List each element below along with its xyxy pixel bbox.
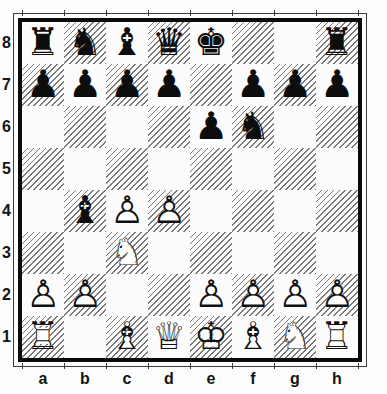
black-piece-glyph: ♟ [320, 65, 354, 103]
piece-black-pawn[interactable]: ♟ [190, 106, 232, 148]
piece-black-pawn[interactable]: ♟ [106, 64, 148, 106]
rank-label-6: 6 [1, 106, 12, 148]
black-piece-glyph: ♝ [68, 191, 102, 229]
rank-label-1: 1 [1, 316, 12, 358]
rank-label-4: 4 [1, 190, 12, 232]
square-f2[interactable]: ♟♙ [232, 274, 274, 316]
square-b2[interactable]: ♟♙ [64, 274, 106, 316]
square-a8[interactable]: ♜ [22, 22, 64, 64]
piece-white-pawn[interactable]: ♟♙ [22, 274, 64, 316]
black-piece-glyph: ♛ [152, 23, 186, 61]
piece-black-rook[interactable]: ♜ [22, 22, 64, 64]
square-c4[interactable]: ♟♙ [106, 190, 148, 232]
square-h6[interactable] [316, 106, 358, 148]
square-a7[interactable]: ♟ [22, 64, 64, 106]
frame-tick [316, 10, 317, 16]
frame-tick [232, 10, 233, 16]
square-g1[interactable]: ♞♘ [274, 316, 316, 358]
piece-black-pawn[interactable]: ♟ [22, 64, 64, 106]
piece-black-pawn[interactable]: ♟ [232, 64, 274, 106]
file-label-f: f [232, 367, 274, 391]
square-f1[interactable]: ♝♗ [232, 316, 274, 358]
white-piece-outline-layer: ♙ [110, 191, 144, 229]
square-e5[interactable] [190, 148, 232, 190]
white-piece-outline-layer: ♙ [68, 275, 102, 313]
square-c2[interactable] [106, 274, 148, 316]
chess-board: ♜♞♝♛♚♜♟♟♟♟♟♟♟♟♞♝♟♙♟♙♞♘♟♙♟♙♟♙♟♙♟♙♟♙♜♖♝♗♛♕… [18, 18, 362, 362]
square-d8[interactable]: ♛ [148, 22, 190, 64]
square-e4[interactable] [190, 190, 232, 232]
white-piece-outline-layer: ♙ [236, 275, 270, 313]
square-a6[interactable] [22, 106, 64, 148]
piece-white-knight[interactable]: ♞♘ [274, 316, 316, 358]
square-a3[interactable] [22, 232, 64, 274]
square-h7[interactable]: ♟ [316, 64, 358, 106]
white-piece-outline-layer: ♕ [152, 317, 186, 355]
square-a1[interactable]: ♜♖ [22, 316, 64, 358]
black-piece-glyph: ♟ [278, 65, 312, 103]
white-piece-outline-layer: ♙ [26, 275, 60, 313]
black-piece-glyph: ♟ [194, 107, 228, 145]
piece-white-pawn[interactable]: ♟♙ [190, 274, 232, 316]
white-piece-outline-layer: ♗ [110, 317, 144, 355]
black-piece-glyph: ♟ [68, 65, 102, 103]
white-piece-outline-layer: ♖ [26, 317, 60, 355]
square-d2[interactable] [148, 274, 190, 316]
white-piece-outline-layer: ♗ [236, 317, 270, 355]
white-piece-outline-layer: ♘ [110, 233, 144, 271]
white-piece-outline-layer: ♖ [320, 317, 354, 355]
square-b1[interactable] [64, 316, 106, 358]
square-g6[interactable] [274, 106, 316, 148]
piece-white-rook[interactable]: ♜♖ [316, 316, 358, 358]
square-f8[interactable] [232, 22, 274, 64]
frame-tick [22, 10, 23, 16]
frame-tick [274, 10, 275, 16]
frame-tick [190, 10, 191, 16]
square-c5[interactable] [106, 148, 148, 190]
square-a4[interactable] [22, 190, 64, 232]
rank-label-2: 2 [1, 274, 12, 316]
piece-black-bishop[interactable]: ♝ [106, 22, 148, 64]
piece-white-knight[interactable]: ♞♘ [106, 232, 148, 274]
piece-black-pawn[interactable]: ♟ [148, 64, 190, 106]
piece-black-knight[interactable]: ♞ [232, 106, 274, 148]
square-h3[interactable] [316, 232, 358, 274]
white-piece-outline-layer: ♙ [278, 275, 312, 313]
square-h1[interactable]: ♜♖ [316, 316, 358, 358]
square-f3[interactable] [232, 232, 274, 274]
white-piece-outline-layer: ♙ [152, 191, 186, 229]
piece-white-pawn[interactable]: ♟♙ [64, 274, 106, 316]
square-d5[interactable] [148, 148, 190, 190]
black-piece-glyph: ♞ [68, 23, 102, 61]
piece-white-pawn[interactable]: ♟♙ [148, 190, 190, 232]
square-d1[interactable]: ♛♕ [148, 316, 190, 358]
black-piece-glyph: ♞ [236, 107, 270, 145]
frame-tick [358, 363, 359, 369]
frame-tick [64, 10, 65, 16]
frame-tick [358, 10, 359, 16]
piece-white-pawn[interactable]: ♟♙ [106, 190, 148, 232]
rank-label-8: 8 [1, 22, 12, 64]
black-piece-glyph: ♝ [110, 23, 144, 61]
white-piece-outline-layer: ♔ [194, 317, 228, 355]
square-c6[interactable] [106, 106, 148, 148]
rank-label-3: 3 [1, 232, 12, 274]
square-b8[interactable]: ♞ [64, 22, 106, 64]
frame-tick [106, 10, 107, 16]
square-e7[interactable] [190, 64, 232, 106]
square-e3[interactable] [190, 232, 232, 274]
square-c7[interactable]: ♟ [106, 64, 148, 106]
piece-black-pawn[interactable]: ♟ [64, 64, 106, 106]
square-a2[interactable]: ♟♙ [22, 274, 64, 316]
square-b7[interactable]: ♟ [64, 64, 106, 106]
piece-black-rook[interactable]: ♜ [316, 22, 358, 64]
square-f6[interactable]: ♞ [232, 106, 274, 148]
file-label-e: e [190, 367, 232, 391]
square-e1[interactable]: ♚♔ [190, 316, 232, 358]
square-g3[interactable] [274, 232, 316, 274]
file-label-c: c [106, 367, 148, 391]
square-h5[interactable] [316, 148, 358, 190]
square-a5[interactable] [22, 148, 64, 190]
black-piece-glyph: ♟ [236, 65, 270, 103]
square-g5[interactable] [274, 148, 316, 190]
piece-white-king[interactable]: ♚♔ [190, 316, 232, 358]
square-c8[interactable]: ♝ [106, 22, 148, 64]
square-d6[interactable] [148, 106, 190, 148]
piece-white-bishop[interactable]: ♝♗ [106, 316, 148, 358]
piece-black-bishop[interactable]: ♝ [64, 190, 106, 232]
piece-black-king[interactable]: ♚ [190, 22, 232, 64]
piece-white-pawn[interactable]: ♟♙ [316, 274, 358, 316]
chess-diagram: ♜♞♝♛♚♜♟♟♟♟♟♟♟♟♞♝♟♙♟♙♞♘♟♙♟♙♟♙♟♙♟♙♟♙♜♖♝♗♛♕… [0, 0, 387, 394]
square-g4[interactable] [274, 190, 316, 232]
rank-label-7: 7 [1, 64, 12, 106]
square-d7[interactable]: ♟ [148, 64, 190, 106]
square-h8[interactable]: ♜ [316, 22, 358, 64]
square-g8[interactable] [274, 22, 316, 64]
square-e2[interactable]: ♟♙ [190, 274, 232, 316]
white-piece-outline-layer: ♘ [278, 317, 312, 355]
piece-black-pawn[interactable]: ♟ [274, 64, 316, 106]
square-g2[interactable]: ♟♙ [274, 274, 316, 316]
piece-black-knight[interactable]: ♞ [64, 22, 106, 64]
square-f7[interactable]: ♟ [232, 64, 274, 106]
piece-white-queen[interactable]: ♛♕ [148, 316, 190, 358]
square-e6[interactable]: ♟ [190, 106, 232, 148]
square-e8[interactable]: ♚ [190, 22, 232, 64]
square-d4[interactable]: ♟♙ [148, 190, 190, 232]
black-piece-glyph: ♟ [26, 65, 60, 103]
frame-tick [148, 10, 149, 16]
square-h4[interactable] [316, 190, 358, 232]
white-piece-outline-layer: ♙ [320, 275, 354, 313]
black-piece-glyph: ♟ [110, 65, 144, 103]
file-label-g: g [274, 367, 316, 391]
piece-black-pawn[interactable]: ♟ [316, 64, 358, 106]
square-f5[interactable] [232, 148, 274, 190]
black-piece-glyph: ♚ [194, 23, 228, 61]
black-piece-glyph: ♜ [26, 23, 60, 61]
piece-white-bishop[interactable]: ♝♗ [232, 316, 274, 358]
square-c1[interactable]: ♝♗ [106, 316, 148, 358]
file-label-b: b [64, 367, 106, 391]
square-c3[interactable]: ♞♘ [106, 232, 148, 274]
square-b3[interactable] [64, 232, 106, 274]
rank-label-5: 5 [1, 148, 12, 190]
black-piece-glyph: ♜ [320, 23, 354, 61]
square-h2[interactable]: ♟♙ [316, 274, 358, 316]
piece-black-queen[interactable]: ♛ [148, 22, 190, 64]
square-b4[interactable]: ♝ [64, 190, 106, 232]
square-b5[interactable] [64, 148, 106, 190]
piece-white-rook[interactable]: ♜♖ [22, 316, 64, 358]
square-f4[interactable] [232, 190, 274, 232]
square-b6[interactable] [64, 106, 106, 148]
square-g7[interactable]: ♟ [274, 64, 316, 106]
piece-white-pawn[interactable]: ♟♙ [232, 274, 274, 316]
file-label-d: d [148, 367, 190, 391]
piece-white-pawn[interactable]: ♟♙ [274, 274, 316, 316]
white-piece-outline-layer: ♙ [194, 275, 228, 313]
file-label-h: h [316, 367, 358, 391]
file-label-a: a [22, 367, 64, 391]
square-d3[interactable] [148, 232, 190, 274]
black-piece-glyph: ♟ [152, 65, 186, 103]
